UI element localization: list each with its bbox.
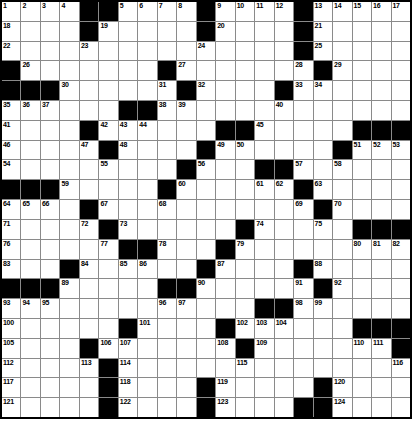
white-cell[interactable] bbox=[138, 160, 156, 179]
white-cell[interactable] bbox=[255, 260, 273, 279]
white-cell[interactable] bbox=[21, 240, 39, 259]
white-cell[interactable]: 115 bbox=[236, 359, 254, 378]
white-cell[interactable] bbox=[255, 240, 273, 259]
white-cell[interactable] bbox=[275, 339, 293, 358]
white-cell[interactable] bbox=[41, 260, 59, 279]
white-cell[interactable] bbox=[294, 121, 312, 140]
white-cell[interactable] bbox=[60, 398, 78, 417]
white-cell[interactable] bbox=[177, 121, 195, 140]
white-cell[interactable]: 5 bbox=[119, 2, 137, 21]
white-cell[interactable] bbox=[392, 180, 410, 199]
white-cell[interactable] bbox=[119, 61, 137, 80]
white-cell[interactable] bbox=[158, 260, 176, 279]
white-cell[interactable] bbox=[80, 299, 98, 318]
white-cell[interactable] bbox=[275, 141, 293, 160]
white-cell[interactable] bbox=[333, 180, 351, 199]
white-cell[interactable]: 76 bbox=[2, 240, 20, 259]
white-cell[interactable]: 39 bbox=[177, 101, 195, 120]
white-cell[interactable] bbox=[197, 339, 215, 358]
white-cell[interactable] bbox=[275, 220, 293, 239]
white-cell[interactable] bbox=[197, 240, 215, 259]
white-cell[interactable]: 108 bbox=[216, 339, 234, 358]
white-cell[interactable]: 75 bbox=[314, 220, 332, 239]
white-cell[interactable]: 95 bbox=[41, 299, 59, 318]
white-cell[interactable] bbox=[275, 279, 293, 298]
white-cell[interactable]: 41 bbox=[2, 121, 20, 140]
white-cell[interactable]: 68 bbox=[158, 200, 176, 219]
white-cell[interactable]: 116 bbox=[392, 359, 410, 378]
white-cell[interactable] bbox=[255, 101, 273, 120]
white-cell[interactable] bbox=[314, 160, 332, 179]
white-cell[interactable]: 57 bbox=[294, 160, 312, 179]
white-cell[interactable] bbox=[60, 42, 78, 61]
white-cell[interactable]: 30 bbox=[60, 81, 78, 100]
white-cell[interactable] bbox=[60, 220, 78, 239]
white-cell[interactable] bbox=[333, 22, 351, 41]
white-cell[interactable] bbox=[21, 141, 39, 160]
white-cell[interactable] bbox=[21, 22, 39, 41]
white-cell[interactable]: 88 bbox=[314, 260, 332, 279]
white-cell[interactable] bbox=[255, 359, 273, 378]
white-cell[interactable] bbox=[119, 81, 137, 100]
white-cell[interactable]: 109 bbox=[255, 339, 273, 358]
white-cell[interactable]: 113 bbox=[80, 359, 98, 378]
white-cell[interactable] bbox=[60, 378, 78, 397]
white-cell[interactable] bbox=[80, 398, 98, 417]
white-cell[interactable] bbox=[41, 240, 59, 259]
white-cell[interactable] bbox=[372, 200, 390, 219]
white-cell[interactable]: 104 bbox=[275, 319, 293, 338]
white-cell[interactable] bbox=[41, 121, 59, 140]
white-cell[interactable]: 102 bbox=[236, 319, 254, 338]
white-cell[interactable] bbox=[294, 319, 312, 338]
white-cell[interactable] bbox=[255, 22, 273, 41]
white-cell[interactable] bbox=[138, 180, 156, 199]
white-cell[interactable] bbox=[99, 260, 117, 279]
white-cell[interactable] bbox=[60, 339, 78, 358]
white-cell[interactable] bbox=[119, 160, 137, 179]
white-cell[interactable] bbox=[392, 101, 410, 120]
white-cell[interactable]: 14 bbox=[333, 2, 351, 21]
white-cell[interactable] bbox=[392, 398, 410, 417]
white-cell[interactable]: 1 bbox=[2, 2, 20, 21]
white-cell[interactable] bbox=[392, 260, 410, 279]
white-cell[interactable]: 2 bbox=[21, 2, 39, 21]
white-cell[interactable] bbox=[177, 260, 195, 279]
white-cell[interactable] bbox=[392, 160, 410, 179]
white-cell[interactable]: 61 bbox=[255, 180, 273, 199]
white-cell[interactable] bbox=[353, 260, 371, 279]
white-cell[interactable] bbox=[333, 121, 351, 140]
white-cell[interactable] bbox=[353, 279, 371, 298]
white-cell[interactable] bbox=[333, 260, 351, 279]
white-cell[interactable] bbox=[119, 180, 137, 199]
white-cell[interactable] bbox=[60, 141, 78, 160]
white-cell[interactable]: 25 bbox=[314, 42, 332, 61]
white-cell[interactable]: 44 bbox=[138, 121, 156, 140]
white-cell[interactable] bbox=[275, 121, 293, 140]
white-cell[interactable] bbox=[158, 359, 176, 378]
white-cell[interactable]: 38 bbox=[158, 101, 176, 120]
white-cell[interactable]: 90 bbox=[197, 279, 215, 298]
white-cell[interactable] bbox=[275, 42, 293, 61]
white-cell[interactable]: 54 bbox=[2, 160, 20, 179]
white-cell[interactable] bbox=[294, 240, 312, 259]
white-cell[interactable] bbox=[177, 200, 195, 219]
white-cell[interactable] bbox=[41, 359, 59, 378]
white-cell[interactable]: 7 bbox=[158, 2, 176, 21]
white-cell[interactable] bbox=[216, 359, 234, 378]
white-cell[interactable] bbox=[158, 339, 176, 358]
white-cell[interactable] bbox=[236, 398, 254, 417]
white-cell[interactable] bbox=[158, 398, 176, 417]
white-cell[interactable]: 103 bbox=[255, 319, 273, 338]
white-cell[interactable] bbox=[255, 200, 273, 219]
white-cell[interactable] bbox=[392, 22, 410, 41]
white-cell[interactable]: 37 bbox=[41, 101, 59, 120]
white-cell[interactable] bbox=[158, 220, 176, 239]
white-cell[interactable] bbox=[177, 359, 195, 378]
white-cell[interactable] bbox=[275, 22, 293, 41]
white-cell[interactable] bbox=[99, 42, 117, 61]
white-cell[interactable] bbox=[138, 299, 156, 318]
white-cell[interactable]: 80 bbox=[353, 240, 371, 259]
white-cell[interactable]: 64 bbox=[2, 200, 20, 219]
white-cell[interactable] bbox=[236, 279, 254, 298]
white-cell[interactable]: 114 bbox=[119, 359, 137, 378]
white-cell[interactable]: 124 bbox=[333, 398, 351, 417]
white-cell[interactable]: 101 bbox=[138, 319, 156, 338]
white-cell[interactable] bbox=[60, 22, 78, 41]
white-cell[interactable] bbox=[177, 339, 195, 358]
white-cell[interactable]: 63 bbox=[314, 180, 332, 199]
white-cell[interactable]: 82 bbox=[392, 240, 410, 259]
white-cell[interactable] bbox=[138, 200, 156, 219]
white-cell[interactable] bbox=[177, 240, 195, 259]
white-cell[interactable] bbox=[60, 299, 78, 318]
white-cell[interactable] bbox=[333, 299, 351, 318]
white-cell[interactable]: 91 bbox=[294, 279, 312, 298]
white-cell[interactable] bbox=[392, 61, 410, 80]
white-cell[interactable] bbox=[314, 319, 332, 338]
white-cell[interactable] bbox=[275, 359, 293, 378]
white-cell[interactable]: 22 bbox=[2, 42, 20, 61]
white-cell[interactable]: 33 bbox=[294, 81, 312, 100]
white-cell[interactable]: 105 bbox=[2, 339, 20, 358]
white-cell[interactable]: 26 bbox=[21, 61, 39, 80]
white-cell[interactable]: 19 bbox=[99, 22, 117, 41]
white-cell[interactable] bbox=[314, 240, 332, 259]
white-cell[interactable]: 62 bbox=[275, 180, 293, 199]
white-cell[interactable] bbox=[41, 398, 59, 417]
white-cell[interactable]: 59 bbox=[60, 180, 78, 199]
white-cell[interactable] bbox=[372, 42, 390, 61]
white-cell[interactable] bbox=[353, 299, 371, 318]
white-cell[interactable] bbox=[314, 359, 332, 378]
white-cell[interactable] bbox=[21, 42, 39, 61]
white-cell[interactable] bbox=[80, 160, 98, 179]
white-cell[interactable] bbox=[216, 160, 234, 179]
white-cell[interactable] bbox=[60, 121, 78, 140]
white-cell[interactable]: 28 bbox=[294, 61, 312, 80]
white-cell[interactable]: 48 bbox=[119, 141, 137, 160]
white-cell[interactable] bbox=[21, 398, 39, 417]
white-cell[interactable] bbox=[60, 240, 78, 259]
white-cell[interactable] bbox=[372, 61, 390, 80]
white-cell[interactable] bbox=[177, 22, 195, 41]
white-cell[interactable] bbox=[216, 200, 234, 219]
white-cell[interactable] bbox=[197, 101, 215, 120]
white-cell[interactable]: 12 bbox=[275, 2, 293, 21]
white-cell[interactable] bbox=[197, 121, 215, 140]
white-cell[interactable]: 123 bbox=[216, 398, 234, 417]
white-cell[interactable] bbox=[255, 398, 273, 417]
white-cell[interactable] bbox=[353, 61, 371, 80]
white-cell[interactable] bbox=[294, 359, 312, 378]
white-cell[interactable] bbox=[392, 299, 410, 318]
white-cell[interactable] bbox=[216, 101, 234, 120]
white-cell[interactable] bbox=[372, 180, 390, 199]
white-cell[interactable]: 60 bbox=[177, 180, 195, 199]
white-cell[interactable] bbox=[236, 299, 254, 318]
white-cell[interactable] bbox=[138, 398, 156, 417]
white-cell[interactable]: 78 bbox=[158, 240, 176, 259]
white-cell[interactable]: 120 bbox=[333, 378, 351, 397]
white-cell[interactable]: 69 bbox=[294, 200, 312, 219]
white-cell[interactable] bbox=[99, 61, 117, 80]
white-cell[interactable] bbox=[372, 101, 390, 120]
white-cell[interactable] bbox=[372, 81, 390, 100]
white-cell[interactable] bbox=[60, 319, 78, 338]
white-cell[interactable] bbox=[80, 319, 98, 338]
white-cell[interactable]: 42 bbox=[99, 121, 117, 140]
white-cell[interactable] bbox=[392, 200, 410, 219]
white-cell[interactable]: 110 bbox=[353, 339, 371, 358]
white-cell[interactable] bbox=[333, 81, 351, 100]
white-cell[interactable] bbox=[99, 180, 117, 199]
white-cell[interactable] bbox=[177, 141, 195, 160]
white-cell[interactable] bbox=[158, 319, 176, 338]
white-cell[interactable]: 92 bbox=[333, 279, 351, 298]
white-cell[interactable] bbox=[41, 378, 59, 397]
white-cell[interactable] bbox=[119, 22, 137, 41]
white-cell[interactable]: 121 bbox=[2, 398, 20, 417]
white-cell[interactable] bbox=[372, 22, 390, 41]
white-cell[interactable] bbox=[392, 378, 410, 397]
white-cell[interactable] bbox=[41, 339, 59, 358]
white-cell[interactable] bbox=[314, 121, 332, 140]
white-cell[interactable] bbox=[314, 101, 332, 120]
white-cell[interactable] bbox=[275, 398, 293, 417]
white-cell[interactable] bbox=[216, 42, 234, 61]
white-cell[interactable]: 77 bbox=[99, 240, 117, 259]
white-cell[interactable] bbox=[197, 220, 215, 239]
white-cell[interactable]: 11 bbox=[255, 2, 273, 21]
white-cell[interactable]: 70 bbox=[333, 200, 351, 219]
white-cell[interactable]: 21 bbox=[314, 22, 332, 41]
white-cell[interactable]: 83 bbox=[2, 260, 20, 279]
white-cell[interactable]: 43 bbox=[119, 121, 137, 140]
white-cell[interactable]: 85 bbox=[119, 260, 137, 279]
white-cell[interactable]: 106 bbox=[99, 339, 117, 358]
white-cell[interactable]: 23 bbox=[80, 42, 98, 61]
white-cell[interactable]: 29 bbox=[333, 61, 351, 80]
white-cell[interactable] bbox=[275, 61, 293, 80]
white-cell[interactable]: 99 bbox=[314, 299, 332, 318]
white-cell[interactable] bbox=[138, 359, 156, 378]
white-cell[interactable] bbox=[197, 319, 215, 338]
white-cell[interactable] bbox=[333, 101, 351, 120]
white-cell[interactable]: 73 bbox=[119, 220, 137, 239]
white-cell[interactable] bbox=[353, 398, 371, 417]
white-cell[interactable]: 65 bbox=[21, 200, 39, 219]
white-cell[interactable]: 47 bbox=[80, 141, 98, 160]
white-cell[interactable] bbox=[255, 141, 273, 160]
white-cell[interactable] bbox=[21, 339, 39, 358]
white-cell[interactable]: 46 bbox=[2, 141, 20, 160]
white-cell[interactable]: 51 bbox=[353, 141, 371, 160]
white-cell[interactable] bbox=[392, 81, 410, 100]
white-cell[interactable] bbox=[216, 299, 234, 318]
white-cell[interactable] bbox=[41, 141, 59, 160]
white-cell[interactable] bbox=[99, 101, 117, 120]
white-cell[interactable]: 27 bbox=[177, 61, 195, 80]
white-cell[interactable] bbox=[275, 200, 293, 219]
white-cell[interactable] bbox=[80, 101, 98, 120]
white-cell[interactable] bbox=[216, 279, 234, 298]
white-cell[interactable] bbox=[158, 378, 176, 397]
white-cell[interactable]: 98 bbox=[294, 299, 312, 318]
white-cell[interactable] bbox=[158, 22, 176, 41]
white-cell[interactable]: 13 bbox=[314, 2, 332, 21]
white-cell[interactable] bbox=[353, 378, 371, 397]
white-cell[interactable]: 84 bbox=[80, 260, 98, 279]
white-cell[interactable]: 89 bbox=[60, 279, 78, 298]
white-cell[interactable] bbox=[80, 180, 98, 199]
white-cell[interactable] bbox=[275, 260, 293, 279]
white-cell[interactable] bbox=[294, 339, 312, 358]
white-cell[interactable]: 81 bbox=[372, 240, 390, 259]
white-cell[interactable] bbox=[236, 101, 254, 120]
white-cell[interactable] bbox=[21, 220, 39, 239]
white-cell[interactable]: 8 bbox=[177, 2, 195, 21]
white-cell[interactable] bbox=[216, 61, 234, 80]
white-cell[interactable] bbox=[353, 81, 371, 100]
white-cell[interactable] bbox=[236, 200, 254, 219]
white-cell[interactable] bbox=[138, 141, 156, 160]
white-cell[interactable] bbox=[255, 279, 273, 298]
white-cell[interactable] bbox=[138, 378, 156, 397]
white-cell[interactable] bbox=[255, 81, 273, 100]
white-cell[interactable] bbox=[80, 378, 98, 397]
white-cell[interactable] bbox=[138, 22, 156, 41]
white-cell[interactable] bbox=[177, 42, 195, 61]
white-cell[interactable] bbox=[294, 101, 312, 120]
white-cell[interactable] bbox=[138, 339, 156, 358]
white-cell[interactable]: 86 bbox=[138, 260, 156, 279]
white-cell[interactable] bbox=[21, 260, 39, 279]
white-cell[interactable]: 87 bbox=[216, 260, 234, 279]
white-cell[interactable] bbox=[158, 160, 176, 179]
white-cell[interactable]: 100 bbox=[2, 319, 20, 338]
white-cell[interactable] bbox=[333, 339, 351, 358]
white-cell[interactable] bbox=[353, 359, 371, 378]
white-cell[interactable] bbox=[177, 319, 195, 338]
white-cell[interactable] bbox=[314, 141, 332, 160]
white-cell[interactable] bbox=[21, 378, 39, 397]
white-cell[interactable] bbox=[372, 279, 390, 298]
white-cell[interactable] bbox=[197, 200, 215, 219]
white-cell[interactable]: 49 bbox=[216, 141, 234, 160]
white-cell[interactable]: 67 bbox=[99, 200, 117, 219]
white-cell[interactable] bbox=[294, 141, 312, 160]
white-cell[interactable] bbox=[21, 359, 39, 378]
white-cell[interactable]: 20 bbox=[216, 22, 234, 41]
white-cell[interactable] bbox=[60, 359, 78, 378]
white-cell[interactable] bbox=[60, 101, 78, 120]
white-cell[interactable] bbox=[119, 279, 137, 298]
white-cell[interactable] bbox=[372, 398, 390, 417]
white-cell[interactable] bbox=[333, 42, 351, 61]
white-cell[interactable] bbox=[372, 260, 390, 279]
white-cell[interactable] bbox=[41, 160, 59, 179]
white-cell[interactable]: 35 bbox=[2, 101, 20, 120]
white-cell[interactable] bbox=[216, 81, 234, 100]
white-cell[interactable] bbox=[353, 42, 371, 61]
white-cell[interactable] bbox=[177, 220, 195, 239]
white-cell[interactable]: 111 bbox=[372, 339, 390, 358]
white-cell[interactable] bbox=[158, 121, 176, 140]
white-cell[interactable] bbox=[372, 299, 390, 318]
white-cell[interactable]: 58 bbox=[333, 160, 351, 179]
white-cell[interactable] bbox=[138, 220, 156, 239]
white-cell[interactable] bbox=[236, 378, 254, 397]
white-cell[interactable] bbox=[197, 180, 215, 199]
white-cell[interactable] bbox=[294, 220, 312, 239]
white-cell[interactable] bbox=[197, 299, 215, 318]
white-cell[interactable] bbox=[99, 279, 117, 298]
white-cell[interactable] bbox=[353, 160, 371, 179]
white-cell[interactable] bbox=[197, 61, 215, 80]
white-cell[interactable]: 31 bbox=[158, 81, 176, 100]
white-cell[interactable] bbox=[41, 22, 59, 41]
white-cell[interactable] bbox=[119, 299, 137, 318]
white-cell[interactable] bbox=[138, 42, 156, 61]
white-cell[interactable]: 36 bbox=[21, 101, 39, 120]
white-cell[interactable] bbox=[372, 378, 390, 397]
white-cell[interactable] bbox=[21, 160, 39, 179]
white-cell[interactable] bbox=[255, 61, 273, 80]
white-cell[interactable] bbox=[372, 359, 390, 378]
white-cell[interactable] bbox=[99, 81, 117, 100]
white-cell[interactable] bbox=[275, 240, 293, 259]
white-cell[interactable]: 10 bbox=[236, 2, 254, 21]
white-cell[interactable] bbox=[236, 81, 254, 100]
white-cell[interactable]: 24 bbox=[197, 42, 215, 61]
white-cell[interactable] bbox=[216, 180, 234, 199]
white-cell[interactable] bbox=[236, 260, 254, 279]
white-cell[interactable] bbox=[80, 279, 98, 298]
white-cell[interactable]: 118 bbox=[119, 378, 137, 397]
white-cell[interactable]: 18 bbox=[2, 22, 20, 41]
white-cell[interactable] bbox=[177, 398, 195, 417]
white-cell[interactable] bbox=[80, 81, 98, 100]
white-cell[interactable] bbox=[99, 299, 117, 318]
white-cell[interactable] bbox=[255, 42, 273, 61]
white-cell[interactable] bbox=[99, 319, 117, 338]
white-cell[interactable] bbox=[236, 61, 254, 80]
white-cell[interactable]: 50 bbox=[236, 141, 254, 160]
